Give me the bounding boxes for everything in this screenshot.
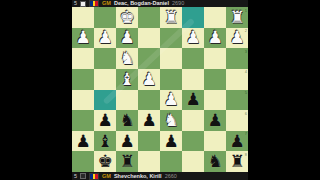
piece-black-pawn: ♟: [163, 133, 178, 150]
square-b1[interactable]: [204, 7, 226, 28]
square-g7[interactable]: ♝: [94, 131, 116, 152]
square-f4[interactable]: ♝: [116, 69, 138, 90]
piece-white-pawn: ♟: [141, 71, 156, 88]
square-e4[interactable]: ♟: [138, 69, 160, 90]
square-e8[interactable]: [138, 151, 160, 172]
square-h8[interactable]: [72, 151, 94, 172]
piece-white-knight: ♞: [163, 112, 178, 129]
square-e3[interactable]: [138, 48, 160, 69]
square-g6[interactable]: ♟: [94, 110, 116, 131]
square-a1[interactable]: ♜1: [226, 7, 248, 28]
square-c6[interactable]: [182, 110, 204, 131]
square-h1[interactable]: [72, 7, 94, 28]
square-g3[interactable]: [94, 48, 116, 69]
board-number: 5: [74, 173, 77, 180]
piece-white-pawn: ♟: [207, 29, 222, 46]
square-h3[interactable]: [72, 48, 94, 69]
bottom-player-bar: 5 GM Shevchenko, Kirill 2660: [72, 172, 248, 180]
rank-label: 5: [245, 90, 247, 95]
square-c3[interactable]: [182, 48, 204, 69]
square-f7[interactable]: ♟: [116, 131, 138, 152]
square-c5[interactable]: ♟: [182, 90, 204, 111]
piece-black-rook: ♜: [229, 153, 244, 170]
square-h7[interactable]: ♟: [72, 131, 94, 152]
piece-white-pawn: ♟: [163, 91, 178, 108]
square-a8[interactable]: ♜8: [226, 151, 248, 172]
piece-white-rook: ♜: [229, 9, 244, 26]
piece-black-bishop: ♝: [97, 133, 112, 150]
piece-white-rook: ♜: [163, 9, 178, 26]
player-name: Shevchenko, Kirill: [114, 173, 162, 180]
square-d6[interactable]: ♞: [160, 110, 182, 131]
piece-white-pawn: ♟: [97, 29, 112, 46]
rank-label: 1: [245, 8, 247, 13]
player-rating: 2660: [165, 173, 177, 180]
piece-black-pawn: ♟: [185, 91, 200, 108]
square-f6[interactable]: ♞: [116, 110, 138, 131]
piece-black-rook: ♜: [119, 153, 134, 170]
piece-white-knight: ♞: [119, 50, 134, 67]
piece-black-king: ♚: [97, 153, 112, 170]
broadcast-window: 5 GM Deac, Bogdan-Daniel 2690 ♚♜♜1♟♟♟♟♟♟…: [0, 0, 320, 180]
square-a6[interactable]: 6: [226, 110, 248, 131]
square-c8[interactable]: [182, 151, 204, 172]
piece-white-pawn: ♟: [185, 29, 200, 46]
rank-label: 4: [245, 69, 247, 74]
player-rating: 2690: [172, 0, 184, 7]
square-f2[interactable]: ♟: [116, 28, 138, 49]
romania-flag-icon: [89, 0, 99, 7]
square-b5[interactable]: [204, 90, 226, 111]
square-a3[interactable]: 3: [226, 48, 248, 69]
board-number: 5: [74, 0, 77, 7]
square-c4[interactable]: [182, 69, 204, 90]
piece-white-king: ♚: [119, 9, 134, 26]
square-e6[interactable]: ♟: [138, 110, 160, 131]
rank-label: 2: [245, 28, 247, 33]
square-d2[interactable]: [160, 28, 182, 49]
square-g8[interactable]: ♚: [94, 151, 116, 172]
square-a4[interactable]: 4: [226, 69, 248, 90]
square-g1[interactable]: [94, 7, 116, 28]
piece-black-pawn: ♟: [97, 112, 112, 129]
square-e2[interactable]: [138, 28, 160, 49]
square-f3[interactable]: ♞: [116, 48, 138, 69]
player-title: GM: [102, 0, 111, 7]
piece-black-knight: ♞: [119, 112, 134, 129]
square-b7[interactable]: [204, 131, 226, 152]
square-h2[interactable]: ♟: [72, 28, 94, 49]
square-b4[interactable]: [204, 69, 226, 90]
square-d7[interactable]: ♟: [160, 131, 182, 152]
square-e1[interactable]: [138, 7, 160, 28]
piece-black-pawn: ♟: [229, 133, 244, 150]
piece-white-pawn: ♟: [75, 29, 90, 46]
square-c2[interactable]: ♟: [182, 28, 204, 49]
square-g5[interactable]: [94, 90, 116, 111]
square-a5[interactable]: 5: [226, 90, 248, 111]
piece-black-pawn: ♟: [75, 133, 90, 150]
piece-black-pawn: ♟: [207, 112, 222, 129]
square-h4[interactable]: [72, 69, 94, 90]
square-e7[interactable]: [138, 131, 160, 152]
square-d4[interactable]: [160, 69, 182, 90]
square-b6[interactable]: ♟: [204, 110, 226, 131]
square-b3[interactable]: [204, 48, 226, 69]
square-e5[interactable]: [138, 90, 160, 111]
square-d5[interactable]: ♟: [160, 90, 182, 111]
piece-white-pawn: ♟: [119, 29, 134, 46]
romania-flag-icon: [89, 173, 99, 180]
square-a2[interactable]: ♟2: [226, 28, 248, 49]
square-f5[interactable]: [116, 90, 138, 111]
square-c7[interactable]: [182, 131, 204, 152]
rank-label: 8: [245, 152, 247, 157]
square-h5[interactable]: [72, 90, 94, 111]
rank-label: 3: [245, 49, 247, 54]
square-f1[interactable]: ♚: [116, 7, 138, 28]
piece-black-pawn: ♟: [141, 112, 156, 129]
chess-board: ♚♜♜1♟♟♟♟♟♟2♞3♝♟4♟♟5♟♞♟♞♟6♟♝♟♟♟7♚♜♞♜8: [72, 7, 248, 172]
player-title: GM: [102, 173, 111, 180]
square-d1[interactable]: ♜: [160, 7, 182, 28]
rank-label: 6: [245, 111, 247, 116]
black-side-icon: [80, 173, 86, 179]
square-c1[interactable]: [182, 7, 204, 28]
piece-black-pawn: ♟: [119, 133, 134, 150]
square-a7[interactable]: ♟7: [226, 131, 248, 152]
square-h6[interactable]: [72, 110, 94, 131]
square-b8[interactable]: ♞: [204, 151, 226, 172]
square-g4[interactable]: [94, 69, 116, 90]
top-player-bar: 5 GM Deac, Bogdan-Daniel 2690: [72, 0, 248, 7]
square-f8[interactable]: ♜: [116, 151, 138, 172]
player-name: Deac, Bogdan-Daniel: [114, 0, 169, 7]
piece-white-pawn: ♟: [229, 29, 244, 46]
square-b2[interactable]: ♟: [204, 28, 226, 49]
square-g2[interactable]: ♟: [94, 28, 116, 49]
square-d3[interactable]: [160, 48, 182, 69]
white-side-icon: [80, 1, 86, 7]
piece-black-knight: ♞: [207, 153, 222, 170]
square-d8[interactable]: [160, 151, 182, 172]
piece-white-bishop: ♝: [119, 71, 134, 88]
rank-label: 7: [245, 131, 247, 136]
